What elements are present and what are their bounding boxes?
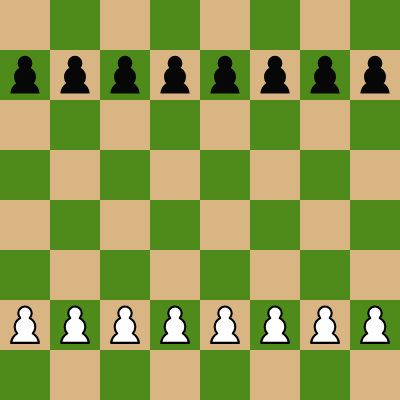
square-f5[interactable] <box>250 150 300 200</box>
square-g1[interactable] <box>300 350 350 400</box>
square-e2[interactable] <box>200 300 250 350</box>
square-c6[interactable] <box>100 100 150 150</box>
square-b6[interactable] <box>50 100 100 150</box>
square-h8[interactable] <box>350 0 400 50</box>
square-h3[interactable] <box>350 250 400 300</box>
black-pawn[interactable] <box>0 50 50 100</box>
square-d3[interactable] <box>150 250 200 300</box>
square-c4[interactable] <box>100 200 150 250</box>
square-e6[interactable] <box>200 100 250 150</box>
white-pawn[interactable] <box>100 300 150 350</box>
square-g6[interactable] <box>300 100 350 150</box>
square-b2[interactable] <box>50 300 100 350</box>
black-pawn[interactable] <box>250 50 300 100</box>
square-g4[interactable] <box>300 200 350 250</box>
square-a4[interactable] <box>0 200 50 250</box>
white-pawn[interactable] <box>350 300 400 350</box>
square-b7[interactable] <box>50 50 100 100</box>
square-e7[interactable] <box>200 50 250 100</box>
square-h6[interactable] <box>350 100 400 150</box>
chess-board <box>0 0 400 400</box>
square-d5[interactable] <box>150 150 200 200</box>
square-h2[interactable] <box>350 300 400 350</box>
square-c7[interactable] <box>100 50 150 100</box>
square-b8[interactable] <box>50 0 100 50</box>
square-c5[interactable] <box>100 150 150 200</box>
black-pawn[interactable] <box>300 50 350 100</box>
square-a3[interactable] <box>0 250 50 300</box>
white-pawn[interactable] <box>150 300 200 350</box>
square-e5[interactable] <box>200 150 250 200</box>
square-c1[interactable] <box>100 350 150 400</box>
chess-board-container <box>0 0 400 400</box>
square-e4[interactable] <box>200 200 250 250</box>
square-b4[interactable] <box>50 200 100 250</box>
square-g5[interactable] <box>300 150 350 200</box>
square-d1[interactable] <box>150 350 200 400</box>
black-pawn[interactable] <box>100 50 150 100</box>
square-a1[interactable] <box>0 350 50 400</box>
square-a5[interactable] <box>0 150 50 200</box>
square-g2[interactable] <box>300 300 350 350</box>
black-pawn[interactable] <box>350 50 400 100</box>
square-c8[interactable] <box>100 0 150 50</box>
square-a7[interactable] <box>0 50 50 100</box>
square-f2[interactable] <box>250 300 300 350</box>
square-e8[interactable] <box>200 0 250 50</box>
square-d4[interactable] <box>150 200 200 250</box>
square-f1[interactable] <box>250 350 300 400</box>
square-g7[interactable] <box>300 50 350 100</box>
square-f6[interactable] <box>250 100 300 150</box>
square-f8[interactable] <box>250 0 300 50</box>
square-a6[interactable] <box>0 100 50 150</box>
square-e1[interactable] <box>200 350 250 400</box>
square-h1[interactable] <box>350 350 400 400</box>
square-h7[interactable] <box>350 50 400 100</box>
white-pawn[interactable] <box>300 300 350 350</box>
square-d8[interactable] <box>150 0 200 50</box>
square-a2[interactable] <box>0 300 50 350</box>
square-b3[interactable] <box>50 250 100 300</box>
square-d6[interactable] <box>150 100 200 150</box>
square-f4[interactable] <box>250 200 300 250</box>
black-pawn[interactable] <box>200 50 250 100</box>
white-pawn[interactable] <box>0 300 50 350</box>
white-pawn[interactable] <box>200 300 250 350</box>
square-d2[interactable] <box>150 300 200 350</box>
square-e3[interactable] <box>200 250 250 300</box>
square-h4[interactable] <box>350 200 400 250</box>
square-b5[interactable] <box>50 150 100 200</box>
white-pawn[interactable] <box>250 300 300 350</box>
square-a8[interactable] <box>0 0 50 50</box>
square-c3[interactable] <box>100 250 150 300</box>
square-f3[interactable] <box>250 250 300 300</box>
square-g8[interactable] <box>300 0 350 50</box>
black-pawn[interactable] <box>150 50 200 100</box>
square-g3[interactable] <box>300 250 350 300</box>
square-c2[interactable] <box>100 300 150 350</box>
square-h5[interactable] <box>350 150 400 200</box>
black-pawn[interactable] <box>50 50 100 100</box>
square-f7[interactable] <box>250 50 300 100</box>
square-b1[interactable] <box>50 350 100 400</box>
square-d7[interactable] <box>150 50 200 100</box>
white-pawn[interactable] <box>50 300 100 350</box>
